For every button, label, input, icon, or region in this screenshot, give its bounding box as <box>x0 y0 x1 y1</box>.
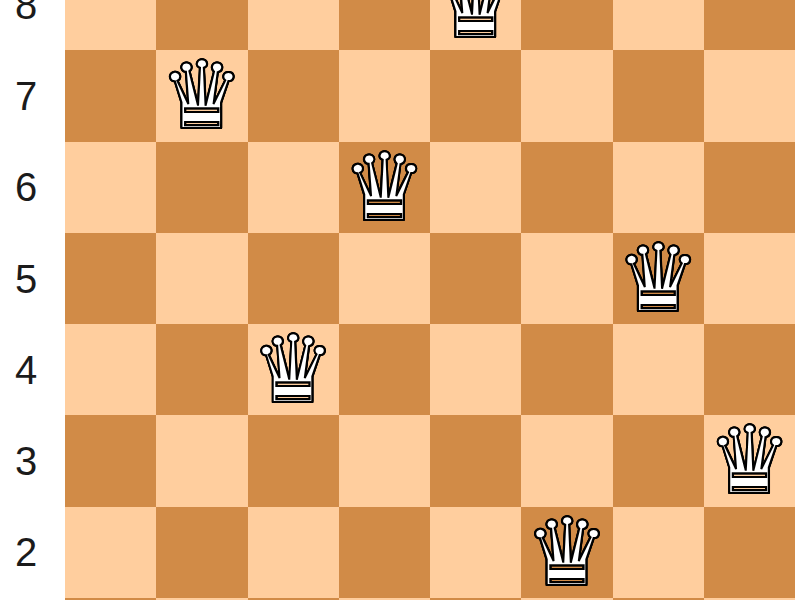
square-b4[interactable] <box>156 324 247 415</box>
square-e2[interactable] <box>430 507 521 598</box>
square-f6[interactable] <box>521 142 612 233</box>
square-c8[interactable] <box>248 0 339 50</box>
white-queen-e8[interactable]: ♛ <box>430 0 521 50</box>
square-d6[interactable]: ♛ <box>339 142 430 233</box>
square-b7[interactable]: ♛ <box>156 50 247 141</box>
white-queen-c4[interactable]: ♛ <box>248 324 339 415</box>
square-h2[interactable] <box>704 507 795 598</box>
square-f2[interactable]: ♛ <box>521 507 612 598</box>
white-queen-b7[interactable]: ♛ <box>156 50 247 141</box>
square-f3[interactable] <box>521 415 612 506</box>
square-d7[interactable] <box>339 50 430 141</box>
square-h8[interactable] <box>704 0 795 50</box>
square-c5[interactable] <box>248 233 339 324</box>
square-a2[interactable] <box>65 507 156 598</box>
square-g3[interactable] <box>613 415 704 506</box>
square-a5[interactable] <box>65 233 156 324</box>
square-e3[interactable] <box>430 415 521 506</box>
rank-label-7: 7 <box>0 76 52 116</box>
rank-label-4: 4 <box>0 350 52 390</box>
rank-label-5: 5 <box>0 259 52 299</box>
square-c4[interactable]: ♛ <box>248 324 339 415</box>
white-queen-f2[interactable]: ♛ <box>521 507 612 598</box>
square-h4[interactable] <box>704 324 795 415</box>
square-g8[interactable] <box>613 0 704 50</box>
square-d4[interactable] <box>339 324 430 415</box>
square-d2[interactable] <box>339 507 430 598</box>
square-b6[interactable] <box>156 142 247 233</box>
rank-label-3: 3 <box>0 441 52 481</box>
square-b2[interactable] <box>156 507 247 598</box>
square-f7[interactable] <box>521 50 612 141</box>
square-e7[interactable] <box>430 50 521 141</box>
square-b5[interactable] <box>156 233 247 324</box>
square-h5[interactable] <box>704 233 795 324</box>
square-c6[interactable] <box>248 142 339 233</box>
square-h3[interactable]: ♛ <box>704 415 795 506</box>
square-e6[interactable] <box>430 142 521 233</box>
square-f4[interactable] <box>521 324 612 415</box>
square-g7[interactable] <box>613 50 704 141</box>
square-a3[interactable] <box>65 415 156 506</box>
square-b3[interactable] <box>156 415 247 506</box>
chessboard-view: 8765432 ♛♛♛♛♛♛♛ <box>0 0 800 600</box>
square-d3[interactable] <box>339 415 430 506</box>
square-e5[interactable] <box>430 233 521 324</box>
square-h6[interactable] <box>704 142 795 233</box>
square-c2[interactable] <box>248 507 339 598</box>
chess-board[interactable]: ♛♛♛♛♛♛♛ <box>65 0 795 600</box>
square-g6[interactable] <box>613 142 704 233</box>
white-queen-g5[interactable]: ♛ <box>613 233 704 324</box>
square-a8[interactable] <box>65 0 156 50</box>
white-queen-d6[interactable]: ♛ <box>339 142 430 233</box>
rank-label-2: 2 <box>0 532 52 572</box>
square-g2[interactable] <box>613 507 704 598</box>
square-h7[interactable] <box>704 50 795 141</box>
square-e4[interactable] <box>430 324 521 415</box>
square-g5[interactable]: ♛ <box>613 233 704 324</box>
square-c7[interactable] <box>248 50 339 141</box>
square-d5[interactable] <box>339 233 430 324</box>
rank-label-6: 6 <box>0 167 52 207</box>
square-e8[interactable]: ♛ <box>430 0 521 50</box>
square-a4[interactable] <box>65 324 156 415</box>
rank-label-8: 8 <box>0 0 52 25</box>
square-c3[interactable] <box>248 415 339 506</box>
square-d8[interactable] <box>339 0 430 50</box>
rank-labels: 8765432 <box>0 0 65 600</box>
square-a7[interactable] <box>65 50 156 141</box>
square-g4[interactable] <box>613 324 704 415</box>
square-f8[interactable] <box>521 0 612 50</box>
square-a6[interactable] <box>65 142 156 233</box>
square-f5[interactable] <box>521 233 612 324</box>
white-queen-h3[interactable]: ♛ <box>704 415 795 506</box>
